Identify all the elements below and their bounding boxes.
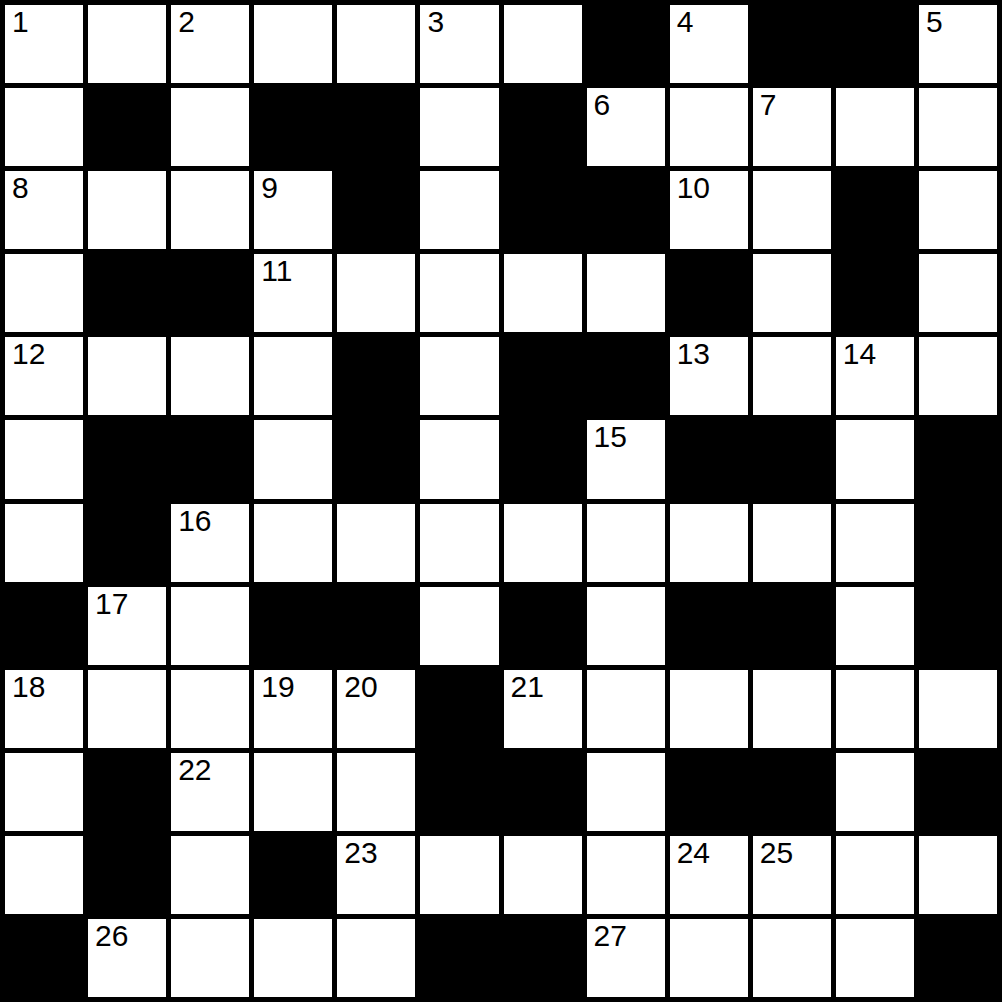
white-cell-r6-c8[interactable] bbox=[670, 504, 748, 582]
white-cell-r4-c0[interactable]: 12 bbox=[5, 337, 83, 415]
black-cell-r7-c3 bbox=[254, 587, 332, 665]
white-cell-r5-c0[interactable] bbox=[5, 420, 83, 498]
white-cell-r8-c10[interactable] bbox=[836, 670, 914, 748]
white-cell-r5-c7[interactable]: 15 bbox=[587, 420, 665, 498]
black-cell-r5-c8 bbox=[670, 420, 748, 498]
white-cell-r4-c11[interactable] bbox=[919, 337, 997, 415]
white-cell-r6-c3[interactable] bbox=[254, 504, 332, 582]
black-cell-r7-c9 bbox=[753, 587, 831, 665]
black-cell-r7-c4 bbox=[337, 587, 415, 665]
black-cell-r9-c11 bbox=[919, 753, 997, 831]
white-cell-r4-c8[interactable]: 13 bbox=[670, 337, 748, 415]
white-cell-r10-c7[interactable] bbox=[587, 836, 665, 914]
white-cell-r2-c2[interactable] bbox=[171, 171, 249, 249]
black-cell-r9-c9 bbox=[753, 753, 831, 831]
white-cell-r8-c11[interactable] bbox=[919, 670, 997, 748]
white-cell-r7-c1[interactable]: 17 bbox=[88, 587, 166, 665]
black-cell-r7-c0 bbox=[5, 587, 83, 665]
white-cell-r0-c11[interactable]: 5 bbox=[919, 5, 997, 83]
white-cell-r9-c10[interactable] bbox=[836, 753, 914, 831]
white-cell-r3-c3[interactable]: 11 bbox=[254, 254, 332, 332]
white-cell-r5-c5[interactable] bbox=[420, 420, 498, 498]
white-cell-r6-c7[interactable] bbox=[587, 504, 665, 582]
white-cell-r10-c8[interactable]: 24 bbox=[670, 836, 748, 914]
white-cell-r0-c5[interactable]: 3 bbox=[420, 5, 498, 83]
white-cell-r2-c5[interactable] bbox=[420, 171, 498, 249]
black-cell-r9-c1 bbox=[88, 753, 166, 831]
white-cell-r1-c9[interactable]: 7 bbox=[753, 88, 831, 166]
white-cell-r3-c7[interactable] bbox=[587, 254, 665, 332]
black-cell-r7-c6 bbox=[504, 587, 582, 665]
black-cell-r4-c4 bbox=[337, 337, 415, 415]
black-cell-r3-c8 bbox=[670, 254, 748, 332]
clue-number-16: 16 bbox=[178, 504, 211, 539]
clue-number-15: 15 bbox=[594, 420, 627, 455]
black-cell-r9-c8 bbox=[670, 753, 748, 831]
clue-number-4: 4 bbox=[677, 5, 694, 40]
black-cell-r1-c6 bbox=[504, 88, 582, 166]
white-cell-r10-c6[interactable] bbox=[504, 836, 582, 914]
white-cell-r2-c8[interactable]: 10 bbox=[670, 171, 748, 249]
clue-number-20: 20 bbox=[344, 670, 377, 705]
white-cell-r4-c2[interactable] bbox=[171, 337, 249, 415]
white-cell-r11-c10[interactable] bbox=[836, 919, 914, 997]
black-cell-r8-c5 bbox=[420, 670, 498, 748]
clue-number-19: 19 bbox=[261, 670, 294, 705]
clue-number-18: 18 bbox=[12, 670, 45, 705]
white-cell-r6-c5[interactable] bbox=[420, 504, 498, 582]
white-cell-r7-c5[interactable] bbox=[420, 587, 498, 665]
white-cell-r0-c2[interactable]: 2 bbox=[171, 5, 249, 83]
clue-number-11: 11 bbox=[261, 254, 292, 289]
white-cell-r1-c0[interactable] bbox=[5, 88, 83, 166]
white-cell-r3-c0[interactable] bbox=[5, 254, 83, 332]
white-cell-r11-c2[interactable] bbox=[171, 919, 249, 997]
white-cell-r0-c0[interactable]: 1 bbox=[5, 5, 83, 83]
clue-number-14: 14 bbox=[843, 337, 876, 372]
white-cell-r6-c0[interactable] bbox=[5, 504, 83, 582]
white-cell-r8-c9[interactable] bbox=[753, 670, 831, 748]
white-cell-r2-c1[interactable] bbox=[88, 171, 166, 249]
white-cell-r10-c9[interactable]: 25 bbox=[753, 836, 831, 914]
white-cell-r1-c2[interactable] bbox=[171, 88, 249, 166]
clue-number-10: 10 bbox=[677, 171, 710, 206]
black-cell-r11-c6 bbox=[504, 919, 582, 997]
clue-number-6: 6 bbox=[594, 88, 611, 123]
white-cell-r6-c2[interactable]: 16 bbox=[171, 504, 249, 582]
white-cell-r0-c3[interactable] bbox=[254, 5, 332, 83]
white-cell-r4-c5[interactable] bbox=[420, 337, 498, 415]
black-cell-r10-c3 bbox=[254, 836, 332, 914]
clue-number-27: 27 bbox=[594, 919, 627, 954]
black-cell-r9-c6 bbox=[504, 753, 582, 831]
white-cell-r8-c6[interactable]: 21 bbox=[504, 670, 582, 748]
clue-number-25: 25 bbox=[760, 836, 793, 871]
black-cell-r5-c9 bbox=[753, 420, 831, 498]
black-cell-r3-c10 bbox=[836, 254, 914, 332]
black-cell-r0-c7 bbox=[587, 5, 665, 83]
white-cell-r11-c7[interactable]: 27 bbox=[587, 919, 665, 997]
clue-number-3: 3 bbox=[427, 5, 444, 40]
white-cell-r1-c5[interactable] bbox=[420, 88, 498, 166]
clue-number-22: 22 bbox=[178, 753, 211, 788]
black-cell-r1-c4 bbox=[337, 88, 415, 166]
white-cell-r6-c10[interactable] bbox=[836, 504, 914, 582]
white-cell-r9-c4[interactable] bbox=[337, 753, 415, 831]
black-cell-r6-c11 bbox=[919, 504, 997, 582]
black-cell-r2-c10 bbox=[836, 171, 914, 249]
white-cell-r1-c8[interactable] bbox=[670, 88, 748, 166]
black-cell-r1-c3 bbox=[254, 88, 332, 166]
white-cell-r2-c11[interactable] bbox=[919, 171, 997, 249]
clue-number-1: 1 bbox=[12, 5, 29, 40]
white-cell-r2-c0[interactable]: 8 bbox=[5, 171, 83, 249]
black-cell-r4-c7 bbox=[587, 337, 665, 415]
black-cell-r5-c6 bbox=[504, 420, 582, 498]
white-cell-r11-c1[interactable]: 26 bbox=[88, 919, 166, 997]
white-cell-r10-c5[interactable] bbox=[420, 836, 498, 914]
clue-number-23: 23 bbox=[344, 836, 377, 871]
black-cell-r7-c11 bbox=[919, 587, 997, 665]
black-cell-r5-c2 bbox=[171, 420, 249, 498]
white-cell-r9-c7[interactable] bbox=[587, 753, 665, 831]
black-cell-r1-c1 bbox=[88, 88, 166, 166]
white-cell-r3-c11[interactable] bbox=[919, 254, 997, 332]
black-cell-r3-c2 bbox=[171, 254, 249, 332]
white-cell-r8-c7[interactable] bbox=[587, 670, 665, 748]
black-cell-r5-c4 bbox=[337, 420, 415, 498]
white-cell-r2-c9[interactable] bbox=[753, 171, 831, 249]
white-cell-r9-c0[interactable] bbox=[5, 753, 83, 831]
clue-number-13: 13 bbox=[677, 337, 710, 372]
black-cell-r3-c1 bbox=[88, 254, 166, 332]
crossword-board: 1234567891011121314151617181920212223242… bbox=[0, 0, 1002, 1002]
white-cell-r1-c10[interactable] bbox=[836, 88, 914, 166]
white-cell-r8-c0[interactable]: 18 bbox=[5, 670, 83, 748]
white-cell-r9-c3[interactable] bbox=[254, 753, 332, 831]
white-cell-r10-c0[interactable] bbox=[5, 836, 83, 914]
white-cell-r6-c9[interactable] bbox=[753, 504, 831, 582]
white-cell-r6-c4[interactable] bbox=[337, 504, 415, 582]
white-cell-r10-c10[interactable] bbox=[836, 836, 914, 914]
clue-number-2: 2 bbox=[178, 5, 195, 40]
white-cell-r10-c2[interactable] bbox=[171, 836, 249, 914]
white-cell-r11-c3[interactable] bbox=[254, 919, 332, 997]
white-cell-r0-c1[interactable] bbox=[88, 5, 166, 83]
black-cell-r11-c11 bbox=[919, 919, 997, 997]
clue-number-5: 5 bbox=[926, 5, 943, 40]
white-cell-r7-c10[interactable] bbox=[836, 587, 914, 665]
white-cell-r8-c1[interactable] bbox=[88, 670, 166, 748]
white-cell-r9-c2[interactable]: 22 bbox=[171, 753, 249, 831]
white-cell-r11-c4[interactable] bbox=[337, 919, 415, 997]
white-cell-r8-c8[interactable] bbox=[670, 670, 748, 748]
white-cell-r4-c1[interactable] bbox=[88, 337, 166, 415]
white-cell-r8-c3[interactable]: 19 bbox=[254, 670, 332, 748]
white-cell-r3-c9[interactable] bbox=[753, 254, 831, 332]
white-cell-r0-c4[interactable] bbox=[337, 5, 415, 83]
white-cell-r10-c4[interactable]: 23 bbox=[337, 836, 415, 914]
clue-number-21: 21 bbox=[511, 670, 544, 705]
white-cell-r11-c9[interactable] bbox=[753, 919, 831, 997]
black-cell-r5-c11 bbox=[919, 420, 997, 498]
black-cell-r6-c1 bbox=[88, 504, 166, 582]
white-cell-r4-c10[interactable]: 14 bbox=[836, 337, 914, 415]
black-cell-r7-c8 bbox=[670, 587, 748, 665]
black-cell-r2-c7 bbox=[587, 171, 665, 249]
white-cell-r3-c6[interactable] bbox=[504, 254, 582, 332]
white-cell-r5-c10[interactable] bbox=[836, 420, 914, 498]
clue-number-17: 17 bbox=[95, 587, 128, 622]
black-cell-r2-c6 bbox=[504, 171, 582, 249]
black-cell-r11-c0 bbox=[5, 919, 83, 997]
black-cell-r4-c6 bbox=[504, 337, 582, 415]
white-cell-r10-c11[interactable] bbox=[919, 836, 997, 914]
white-cell-r6-c6[interactable] bbox=[504, 504, 582, 582]
black-cell-r5-c1 bbox=[88, 420, 166, 498]
white-cell-r0-c6[interactable] bbox=[504, 5, 582, 83]
clue-number-8: 8 bbox=[12, 171, 29, 206]
white-cell-r3-c5[interactable] bbox=[420, 254, 498, 332]
white-cell-r1-c11[interactable] bbox=[919, 88, 997, 166]
clue-number-24: 24 bbox=[677, 836, 710, 871]
clue-number-26: 26 bbox=[95, 919, 128, 954]
white-cell-r7-c7[interactable] bbox=[587, 587, 665, 665]
white-cell-r8-c2[interactable] bbox=[171, 670, 249, 748]
black-cell-r10-c1 bbox=[88, 836, 166, 914]
white-cell-r7-c2[interactable] bbox=[171, 587, 249, 665]
clue-number-9: 9 bbox=[261, 171, 278, 206]
black-cell-r0-c10 bbox=[836, 5, 914, 83]
white-cell-r1-c7[interactable]: 6 bbox=[587, 88, 665, 166]
white-cell-r4-c9[interactable] bbox=[753, 337, 831, 415]
clue-number-12: 12 bbox=[12, 337, 45, 372]
white-cell-r0-c8[interactable]: 4 bbox=[670, 5, 748, 83]
white-cell-r4-c3[interactable] bbox=[254, 337, 332, 415]
black-cell-r2-c4 bbox=[337, 171, 415, 249]
white-cell-r11-c8[interactable] bbox=[670, 919, 748, 997]
white-cell-r3-c4[interactable] bbox=[337, 254, 415, 332]
white-cell-r2-c3[interactable]: 9 bbox=[254, 171, 332, 249]
clue-number-7: 7 bbox=[760, 88, 777, 123]
black-cell-r0-c9 bbox=[753, 5, 831, 83]
black-cell-r11-c5 bbox=[420, 919, 498, 997]
white-cell-r5-c3[interactable] bbox=[254, 420, 332, 498]
black-cell-r9-c5 bbox=[420, 753, 498, 831]
white-cell-r8-c4[interactable]: 20 bbox=[337, 670, 415, 748]
